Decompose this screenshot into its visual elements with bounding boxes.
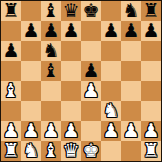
square-d8[interactable]: ♛ <box>61 1 81 21</box>
square-a6[interactable]: ♟ <box>1 41 21 61</box>
square-b1[interactable]: ♞ <box>21 141 41 161</box>
square-d7[interactable]: ♟ <box>61 21 81 41</box>
square-e3[interactable] <box>81 101 101 121</box>
square-e2[interactable] <box>81 121 101 141</box>
square-h5[interactable] <box>141 61 161 81</box>
white-pawn-icon[interactable]: ♟ <box>102 121 119 140</box>
white-pawn-icon[interactable]: ♟ <box>42 121 59 140</box>
square-e6[interactable] <box>81 41 101 61</box>
square-b4[interactable] <box>21 81 41 101</box>
square-c1[interactable]: ♝ <box>41 141 61 161</box>
white-pawn-icon[interactable]: ♟ <box>82 81 99 100</box>
square-c2[interactable]: ♟ <box>41 121 61 141</box>
black-knight-icon[interactable]: ♞ <box>42 41 59 60</box>
square-c4[interactable] <box>41 81 61 101</box>
square-g2[interactable]: ♟ <box>121 121 141 141</box>
square-h7[interactable]: ♟ <box>141 21 161 41</box>
white-pawn-icon[interactable]: ♟ <box>2 121 19 140</box>
white-king-icon[interactable]: ♚ <box>82 141 99 160</box>
black-pawn-icon[interactable]: ♟ <box>2 41 19 60</box>
square-e8[interactable]: ♚ <box>81 1 101 21</box>
square-d6[interactable] <box>61 41 81 61</box>
black-bishop-icon[interactable]: ♝ <box>42 61 59 80</box>
square-e7[interactable] <box>81 21 101 41</box>
square-b5[interactable] <box>21 61 41 81</box>
square-b8[interactable] <box>21 1 41 21</box>
square-g7[interactable]: ♟ <box>121 21 141 41</box>
white-bishop-icon[interactable]: ♝ <box>2 81 19 100</box>
square-h4[interactable] <box>141 81 161 101</box>
square-c6[interactable]: ♞ <box>41 41 61 61</box>
square-f1[interactable] <box>101 141 121 161</box>
square-a3[interactable] <box>1 101 21 121</box>
square-f2[interactable]: ♟ <box>101 121 121 141</box>
square-a4[interactable]: ♝ <box>1 81 21 101</box>
square-d1[interactable]: ♛ <box>61 141 81 161</box>
black-pawn-icon[interactable]: ♟ <box>22 21 39 40</box>
black-king-icon[interactable]: ♚ <box>82 1 99 20</box>
square-a2[interactable]: ♟ <box>1 121 21 141</box>
square-c8[interactable]: ♝ <box>41 1 61 21</box>
square-g3[interactable] <box>121 101 141 121</box>
square-h1[interactable]: ♜ <box>141 141 161 161</box>
square-b7[interactable]: ♟ <box>21 21 41 41</box>
black-knight-icon[interactable]: ♞ <box>122 1 139 20</box>
square-c3[interactable] <box>41 101 61 121</box>
black-pawn-icon[interactable]: ♟ <box>142 21 159 40</box>
square-c7[interactable]: ♟ <box>41 21 61 41</box>
white-knight-icon[interactable]: ♞ <box>102 101 119 120</box>
white-bishop-icon[interactable]: ♝ <box>42 141 59 160</box>
square-d2[interactable]: ♟ <box>61 121 81 141</box>
square-h8[interactable]: ♜ <box>141 1 161 21</box>
square-e4[interactable]: ♟ <box>81 81 101 101</box>
square-h2[interactable]: ♟ <box>141 121 161 141</box>
chess-board: ♜♝♛♚♞♜♟♟♟♟♟♟♟♞♝♟♝♟♞♟♟♟♟♟♟♟♜♞♝♛♚♜ <box>1 1 161 161</box>
square-h6[interactable] <box>141 41 161 61</box>
square-f4[interactable] <box>101 81 121 101</box>
square-f6[interactable] <box>101 41 121 61</box>
black-pawn-icon[interactable]: ♟ <box>122 21 139 40</box>
square-g5[interactable] <box>121 61 141 81</box>
square-b3[interactable] <box>21 101 41 121</box>
square-e5[interactable]: ♟ <box>81 61 101 81</box>
square-f8[interactable] <box>101 1 121 21</box>
square-a8[interactable]: ♜ <box>1 1 21 21</box>
black-bishop-icon[interactable]: ♝ <box>42 1 59 20</box>
black-pawn-icon[interactable]: ♟ <box>102 21 119 40</box>
black-queen-icon[interactable]: ♛ <box>62 1 79 20</box>
square-f7[interactable]: ♟ <box>101 21 121 41</box>
square-f3[interactable]: ♞ <box>101 101 121 121</box>
white-rook-icon[interactable]: ♜ <box>142 141 159 160</box>
square-c5[interactable]: ♝ <box>41 61 61 81</box>
white-knight-icon[interactable]: ♞ <box>22 141 39 160</box>
square-g8[interactable]: ♞ <box>121 1 141 21</box>
white-pawn-icon[interactable]: ♟ <box>122 121 139 140</box>
white-queen-icon[interactable]: ♛ <box>62 141 79 160</box>
square-g1[interactable] <box>121 141 141 161</box>
square-a1[interactable]: ♜ <box>1 141 21 161</box>
black-rook-icon[interactable]: ♜ <box>142 1 159 20</box>
black-pawn-icon[interactable]: ♟ <box>82 61 99 80</box>
square-e1[interactable]: ♚ <box>81 141 101 161</box>
square-b6[interactable] <box>21 41 41 61</box>
square-g4[interactable] <box>121 81 141 101</box>
square-h3[interactable] <box>141 101 161 121</box>
square-d4[interactable] <box>61 81 81 101</box>
square-d5[interactable] <box>61 61 81 81</box>
white-pawn-icon[interactable]: ♟ <box>62 121 79 140</box>
black-pawn-icon[interactable]: ♟ <box>42 21 59 40</box>
square-g6[interactable] <box>121 41 141 61</box>
white-pawn-icon[interactable]: ♟ <box>22 121 39 140</box>
white-pawn-icon[interactable]: ♟ <box>142 121 159 140</box>
black-pawn-icon[interactable]: ♟ <box>62 21 79 40</box>
white-rook-icon[interactable]: ♜ <box>2 141 19 160</box>
square-a7[interactable] <box>1 21 21 41</box>
square-a5[interactable] <box>1 61 21 81</box>
square-d3[interactable] <box>61 101 81 121</box>
chess-board-frame: ♜♝♛♚♞♜♟♟♟♟♟♟♟♞♝♟♝♟♞♟♟♟♟♟♟♟♜♞♝♛♚♜ <box>0 0 162 162</box>
square-f5[interactable] <box>101 61 121 81</box>
square-b2[interactable]: ♟ <box>21 121 41 141</box>
black-rook-icon[interactable]: ♜ <box>2 1 19 20</box>
